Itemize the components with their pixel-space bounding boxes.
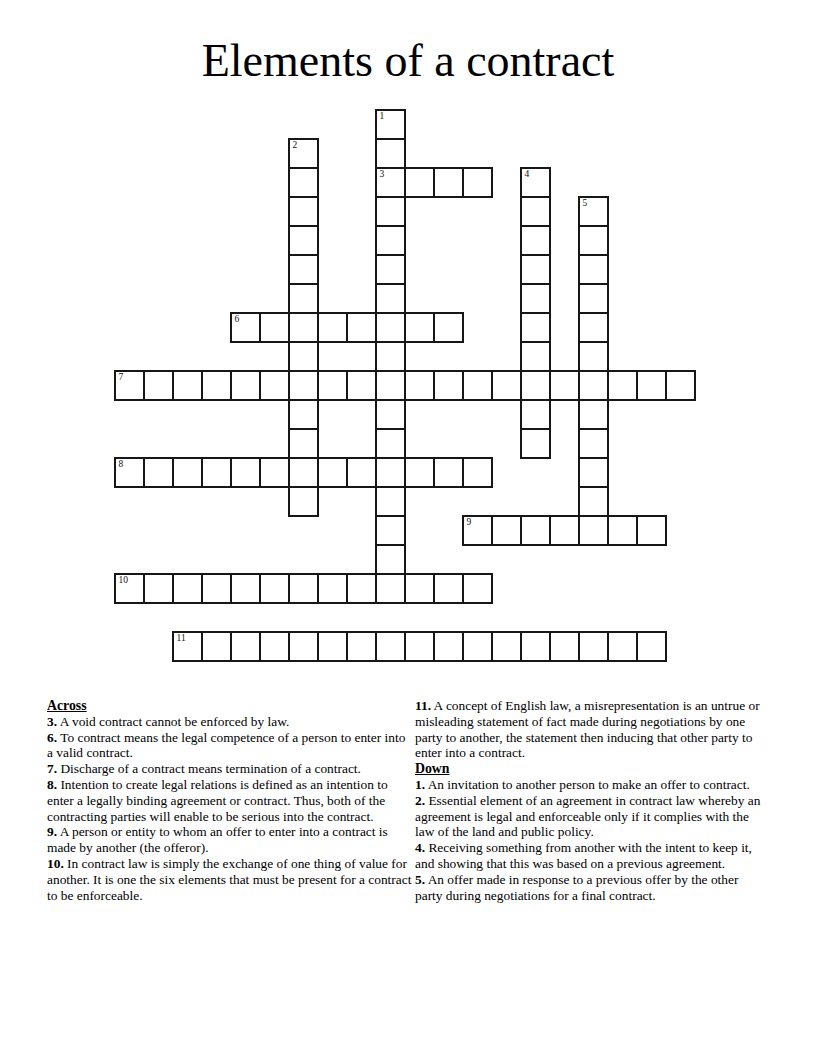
clue-item: 1. An invitation to another person to ma… bbox=[415, 777, 769, 793]
clue-item-number: 11. bbox=[415, 698, 431, 713]
grid-cell[interactable] bbox=[491, 631, 522, 662]
down-clues-list: 1. An invitation to another person to ma… bbox=[415, 777, 769, 903]
clues-right-column: 11. A concept of English law, a misrepre… bbox=[415, 698, 769, 903]
grid-cell[interactable] bbox=[520, 341, 551, 372]
grid-cell[interactable] bbox=[346, 457, 377, 488]
grid-cell[interactable] bbox=[549, 631, 580, 662]
grid-cell[interactable] bbox=[375, 312, 406, 343]
grid-cell[interactable] bbox=[520, 225, 551, 256]
clue-number: 1 bbox=[380, 111, 385, 121]
grid-cell[interactable] bbox=[636, 515, 667, 546]
grid-cell[interactable] bbox=[462, 167, 493, 198]
grid-cell[interactable] bbox=[288, 573, 319, 604]
across-clues-list: 3. A void contract cannot be enforced by… bbox=[47, 714, 413, 904]
grid-cell[interactable] bbox=[288, 225, 319, 256]
grid-cell[interactable] bbox=[462, 573, 493, 604]
grid-cell[interactable] bbox=[288, 631, 319, 662]
grid-cell[interactable] bbox=[491, 515, 522, 546]
clue-item: 3. A void contract cannot be enforced by… bbox=[47, 714, 413, 730]
grid-cell[interactable] bbox=[230, 457, 261, 488]
grid-cell[interactable] bbox=[433, 370, 464, 401]
grid-cell[interactable] bbox=[346, 370, 377, 401]
grid-cell[interactable] bbox=[375, 428, 406, 459]
grid-cell[interactable] bbox=[578, 283, 609, 314]
grid-cell[interactable] bbox=[375, 486, 406, 517]
grid-cell[interactable] bbox=[520, 515, 551, 546]
grid-cell[interactable] bbox=[433, 312, 464, 343]
grid-cell[interactable] bbox=[172, 370, 203, 401]
grid-cell[interactable] bbox=[317, 370, 348, 401]
across-header: Across bbox=[47, 698, 413, 714]
grid-cell[interactable] bbox=[578, 341, 609, 372]
grid-cell[interactable]: 3 bbox=[375, 167, 406, 198]
grid-cell[interactable] bbox=[578, 486, 609, 517]
grid-cell[interactable] bbox=[375, 399, 406, 430]
grid-cell[interactable] bbox=[520, 428, 551, 459]
grid-cell[interactable] bbox=[317, 457, 348, 488]
grid-cell[interactable] bbox=[172, 573, 203, 604]
grid-cell[interactable] bbox=[143, 457, 174, 488]
grid-cell[interactable] bbox=[375, 544, 406, 575]
grid-cell[interactable] bbox=[201, 457, 232, 488]
grid-cell[interactable]: 8 bbox=[114, 457, 145, 488]
grid-cell[interactable] bbox=[607, 631, 638, 662]
clue-item: 4. Receiving something from another with… bbox=[415, 840, 769, 872]
grid-cell[interactable] bbox=[404, 312, 435, 343]
grid-cell[interactable] bbox=[375, 573, 406, 604]
grid-cell[interactable] bbox=[375, 138, 406, 169]
clue-number: 5 bbox=[583, 198, 588, 208]
grid-cell[interactable] bbox=[578, 631, 609, 662]
grid-cell[interactable] bbox=[172, 457, 203, 488]
across-clue-overflow-list: 11. A concept of English law, a misrepre… bbox=[415, 698, 769, 761]
grid-cell[interactable] bbox=[288, 254, 319, 285]
clue-number: 3 bbox=[380, 169, 385, 179]
clue-number: 10 bbox=[119, 575, 129, 585]
grid-cell[interactable] bbox=[462, 457, 493, 488]
clue-number: 2 bbox=[293, 140, 298, 150]
grid-cell[interactable] bbox=[578, 312, 609, 343]
grid-cell[interactable] bbox=[259, 457, 290, 488]
grid-cell[interactable] bbox=[375, 254, 406, 285]
grid-cell[interactable] bbox=[491, 370, 522, 401]
grid-cell[interactable] bbox=[288, 196, 319, 227]
grid-cell[interactable] bbox=[375, 457, 406, 488]
grid-cell[interactable] bbox=[404, 167, 435, 198]
grid-cell[interactable] bbox=[520, 312, 551, 343]
grid-cell[interactable] bbox=[288, 341, 319, 372]
grid-cell[interactable] bbox=[607, 515, 638, 546]
clue-number: 7 bbox=[119, 372, 124, 382]
grid-cell[interactable] bbox=[288, 457, 319, 488]
grid-cell[interactable] bbox=[230, 573, 261, 604]
grid-cell[interactable] bbox=[578, 428, 609, 459]
grid-cell[interactable] bbox=[578, 457, 609, 488]
clue-item-number: 2. bbox=[415, 793, 425, 808]
clue-number: 9 bbox=[467, 517, 472, 527]
grid-cell[interactable] bbox=[404, 457, 435, 488]
grid-cell[interactable] bbox=[520, 631, 551, 662]
grid-cell[interactable] bbox=[288, 428, 319, 459]
grid-cell[interactable] bbox=[288, 370, 319, 401]
grid-cell[interactable]: 6 bbox=[230, 312, 261, 343]
grid-cell[interactable] bbox=[375, 225, 406, 256]
grid-cell[interactable] bbox=[520, 196, 551, 227]
grid-cell[interactable] bbox=[636, 370, 667, 401]
grid-cell[interactable] bbox=[375, 283, 406, 314]
grid-cell[interactable]: 9 bbox=[462, 515, 493, 546]
grid-cell[interactable] bbox=[520, 370, 551, 401]
clues-left-column: Across 3. A void contract cannot be enfo… bbox=[47, 698, 413, 903]
clue-item: 6. To contract means the legal competenc… bbox=[47, 730, 413, 762]
grid-cell[interactable] bbox=[404, 370, 435, 401]
grid-cell[interactable] bbox=[143, 370, 174, 401]
grid-cell[interactable] bbox=[288, 312, 319, 343]
clue-item: 11. A concept of English law, a misrepre… bbox=[415, 698, 769, 761]
page-title: Elements of a contract bbox=[0, 36, 816, 87]
clue-item-number: 3. bbox=[47, 714, 57, 729]
grid-cell[interactable] bbox=[288, 283, 319, 314]
grid-cell[interactable] bbox=[433, 167, 464, 198]
clue-item: 5. An offer made in response to a previo… bbox=[415, 872, 769, 904]
grid-cell[interactable] bbox=[578, 399, 609, 430]
grid-cell[interactable] bbox=[143, 573, 174, 604]
clue-number: 6 bbox=[235, 314, 240, 324]
clue-item-number: 9. bbox=[47, 824, 57, 839]
grid-cell[interactable] bbox=[578, 370, 609, 401]
grid-cell[interactable] bbox=[346, 631, 377, 662]
grid-cell[interactable] bbox=[259, 631, 290, 662]
clue-item: 7. Discharge of a contract means termina… bbox=[47, 761, 413, 777]
grid-cell[interactable] bbox=[259, 370, 290, 401]
grid-cell[interactable]: 1 bbox=[375, 109, 406, 140]
crossword-grid: 1234567891011 bbox=[114, 109, 696, 662]
grid-cell[interactable] bbox=[520, 254, 551, 285]
clue-item: 2. Essential element of an agreement in … bbox=[415, 793, 769, 840]
grid-cell[interactable] bbox=[375, 370, 406, 401]
clue-item: 9. A person or entity to whom an offer t… bbox=[47, 824, 413, 856]
grid-cell[interactable] bbox=[433, 573, 464, 604]
clue-number: 4 bbox=[525, 169, 530, 179]
worksheet-page: Elements of a contract 1234567891011 Acr… bbox=[0, 0, 816, 1056]
grid-cell[interactable] bbox=[433, 457, 464, 488]
grid-cell[interactable] bbox=[375, 196, 406, 227]
grid-cell[interactable] bbox=[288, 167, 319, 198]
grid-cell[interactable] bbox=[578, 225, 609, 256]
grid-cell[interactable] bbox=[462, 631, 493, 662]
clue-item-number: 5. bbox=[415, 872, 425, 887]
grid-cell[interactable]: 4 bbox=[520, 167, 551, 198]
grid-cell[interactable]: 7 bbox=[114, 370, 145, 401]
grid-cell[interactable] bbox=[230, 370, 261, 401]
grid-cell[interactable] bbox=[317, 312, 348, 343]
grid-cell[interactable] bbox=[578, 254, 609, 285]
grid-cell[interactable]: 10 bbox=[114, 573, 145, 604]
grid-cell[interactable] bbox=[288, 486, 319, 517]
grid-cell[interactable] bbox=[201, 573, 232, 604]
grid-cell[interactable] bbox=[607, 370, 638, 401]
grid-cell[interactable] bbox=[433, 631, 464, 662]
grid-cell[interactable] bbox=[259, 312, 290, 343]
grid-cell[interactable] bbox=[259, 573, 290, 604]
grid-cell[interactable] bbox=[665, 370, 696, 401]
clue-item-number: 8. bbox=[47, 777, 57, 792]
grid-cell[interactable] bbox=[549, 370, 580, 401]
clue-number: 11 bbox=[177, 633, 186, 643]
grid-cell[interactable] bbox=[288, 399, 319, 430]
clue-item-number: 10. bbox=[47, 856, 64, 871]
grid-cell[interactable] bbox=[404, 573, 435, 604]
grid-cell[interactable] bbox=[201, 370, 232, 401]
down-header: Down bbox=[415, 761, 769, 777]
grid-cell[interactable] bbox=[230, 631, 261, 662]
grid-cell[interactable] bbox=[404, 631, 435, 662]
grid-cell[interactable] bbox=[520, 283, 551, 314]
grid-cell[interactable] bbox=[549, 515, 580, 546]
grid-cell[interactable] bbox=[346, 573, 377, 604]
grid-cell[interactable]: 2 bbox=[288, 138, 319, 169]
clue-item: 10. In contract law is simply the exchan… bbox=[47, 856, 413, 903]
grid-cell[interactable] bbox=[201, 631, 232, 662]
clue-item-number: 1. bbox=[415, 777, 425, 792]
grid-cell[interactable] bbox=[375, 515, 406, 546]
grid-cell[interactable] bbox=[520, 399, 551, 430]
grid-cell[interactable] bbox=[578, 515, 609, 546]
grid-cell[interactable] bbox=[317, 631, 348, 662]
grid-cell[interactable] bbox=[317, 573, 348, 604]
clue-item-number: 7. bbox=[47, 761, 57, 776]
clue-item-number: 6. bbox=[47, 730, 57, 745]
grid-cell[interactable] bbox=[636, 631, 667, 662]
grid-cell[interactable] bbox=[375, 631, 406, 662]
clue-item: 8. Intention to create legal relations i… bbox=[47, 777, 413, 824]
grid-cell[interactable] bbox=[375, 341, 406, 372]
grid-cell[interactable]: 11 bbox=[172, 631, 203, 662]
clue-item-number: 4. bbox=[415, 840, 425, 855]
grid-cell[interactable]: 5 bbox=[578, 196, 609, 227]
grid-cell[interactable] bbox=[346, 312, 377, 343]
grid-cell[interactable] bbox=[462, 370, 493, 401]
clue-number: 8 bbox=[119, 459, 124, 469]
